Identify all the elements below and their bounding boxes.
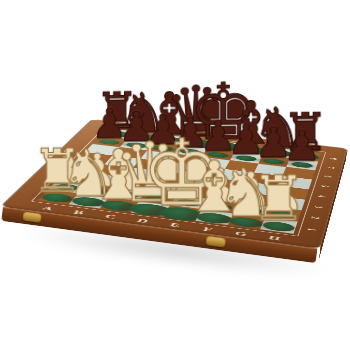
rank-label-2: 2: [308, 216, 322, 220]
chess-set-photo: ♜♞♝♛♚♝♞♜♟♟♟♟♟♟♟♟♟♟♟♟♟♟♟♟♜♞♝♛♚♝♞♜ ABCDEFG…: [0, 0, 350, 350]
brass-latch-right: [205, 236, 225, 248]
perspective-container: ♜♞♝♛♚♝♞♜♟♟♟♟♟♟♟♟♟♟♟♟♟♟♟♟♜♞♝♛♚♝♞♜ ABCDEFG…: [0, 0, 350, 350]
rank-label-4: 4: [315, 195, 328, 198]
brass-latch-left: [23, 212, 42, 223]
rank-label-3: 3: [312, 205, 325, 209]
rank-label-6: 6: [322, 175, 334, 178]
rank-label-8: 8: [327, 157, 339, 160]
rank-label-5: 5: [319, 185, 332, 188]
black-pawn[interactable]: ♟: [283, 125, 321, 168]
rank-label-7: 7: [325, 166, 337, 169]
scene-tilt: ♜♞♝♛♚♝♞♜♟♟♟♟♟♟♟♟♟♟♟♟♟♟♟♟♜♞♝♛♚♝♞♜ ABCDEFG…: [0, 0, 350, 350]
chess-board[interactable]: ♜♞♝♛♚♝♞♜♟♟♟♟♟♟♟♟♟♟♟♟♟♟♟♟♜♞♝♛♚♝♞♜ ABCDEFG…: [1, 119, 347, 248]
rank-label-1: 1: [305, 228, 319, 232]
square-h1[interactable]: ♜: [260, 218, 297, 234]
white-rook[interactable]: ♜: [251, 167, 307, 230]
